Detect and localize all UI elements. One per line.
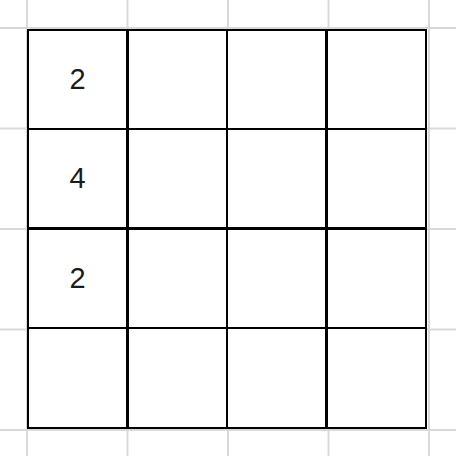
tile-value: 4 <box>69 164 85 193</box>
cell-r2c2[interactable] <box>228 230 325 327</box>
cell-r2c3[interactable] <box>328 230 425 327</box>
cell-r2c0[interactable]: 2 <box>29 230 126 327</box>
cell-r3c1[interactable] <box>129 329 226 426</box>
cell-r0c2[interactable] <box>228 31 325 128</box>
drawing-canvas: 242 <box>0 0 456 456</box>
cell-r3c0[interactable] <box>29 329 126 426</box>
cell-r0c3[interactable] <box>328 31 425 128</box>
cell-r1c3[interactable] <box>328 130 425 227</box>
tile-value: 2 <box>69 65 85 94</box>
cell-r0c0[interactable]: 2 <box>29 31 126 128</box>
tile-value: 2 <box>69 264 85 293</box>
puzzle-board: 242 <box>27 29 427 429</box>
cell-r2c1[interactable] <box>129 230 226 327</box>
cell-r1c0[interactable]: 4 <box>29 130 126 227</box>
cell-r3c3[interactable] <box>328 329 425 426</box>
cell-r3c2[interactable] <box>228 329 325 426</box>
cell-r1c2[interactable] <box>228 130 325 227</box>
cell-r1c1[interactable] <box>129 130 226 227</box>
cell-r0c1[interactable] <box>129 31 226 128</box>
